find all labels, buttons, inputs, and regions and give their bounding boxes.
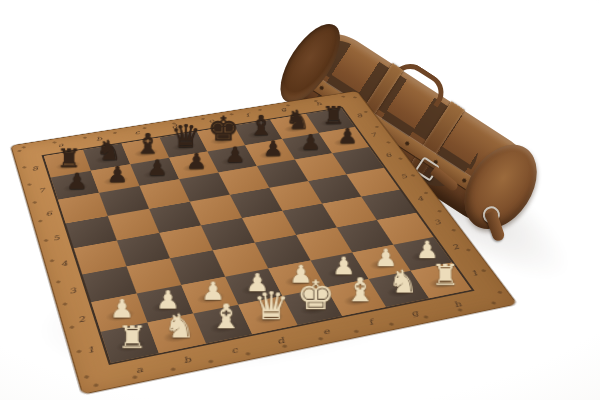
- black-knight[interactable]: ♞: [89, 137, 129, 164]
- white-king[interactable]: ♚: [292, 276, 339, 316]
- white-knight[interactable]: ♞: [155, 310, 203, 343]
- file-label-h: h: [434, 297, 481, 313]
- file-label-e: e: [302, 324, 351, 340]
- file-label-g: g: [391, 306, 439, 322]
- square-h4[interactable]: [361, 190, 416, 220]
- black-rook[interactable]: ♜: [49, 145, 89, 171]
- black-pawn[interactable]: ♟: [291, 132, 330, 153]
- square-a5[interactable]: [66, 216, 117, 248]
- black-pawn[interactable]: ♟: [176, 151, 216, 173]
- square-h6[interactable]: [332, 147, 384, 174]
- black-pawn[interactable]: ♟: [137, 157, 178, 179]
- white-rook[interactable]: ♜: [423, 260, 469, 289]
- black-pawn[interactable]: ♟: [97, 164, 138, 186]
- chess-set-photo: abcdefgh abcdefgh 87654321 87654321 ♜♞♝♛…: [0, 0, 600, 400]
- file-label-f: f: [347, 315, 395, 331]
- square-a7[interactable]: ♟: [51, 171, 99, 200]
- rank-label-5: 5: [46, 225, 67, 252]
- black-bishop[interactable]: ♝: [128, 130, 168, 158]
- black-pawn[interactable]: ♟: [215, 145, 255, 166]
- rank-label-1: 1: [78, 333, 103, 367]
- white-queen[interactable]: ♛: [248, 287, 295, 325]
- file-label-a: a: [114, 362, 165, 380]
- square-g5[interactable]: [308, 174, 361, 203]
- black-pawn[interactable]: ♟: [56, 171, 97, 193]
- black-pawn[interactable]: ♟: [253, 138, 293, 159]
- white-bishop[interactable]: ♝: [202, 300, 250, 334]
- square-c5[interactable]: [149, 202, 201, 233]
- white-bishop[interactable]: ♝: [337, 274, 384, 307]
- rank-label-6: 6: [38, 201, 59, 227]
- rank-label-8: 8: [25, 157, 44, 180]
- square-f5[interactable]: [269, 181, 322, 211]
- rank-label-2: 2: [70, 304, 94, 336]
- white-knight[interactable]: ♞: [380, 267, 426, 299]
- file-label-c: c: [209, 342, 259, 359]
- white-rook[interactable]: ♜: [108, 322, 157, 353]
- rank-label-4: 4: [53, 249, 75, 278]
- black-pawn[interactable]: ♟: [328, 126, 367, 147]
- black-queen[interactable]: ♛: [166, 120, 205, 152]
- rank-label-7: 7: [32, 178, 52, 203]
- black-bishop[interactable]: ♝: [241, 112, 280, 139]
- file-label-b: b: [162, 352, 213, 369]
- square-c4[interactable]: [159, 225, 212, 258]
- black-king[interactable]: ♚: [204, 113, 243, 146]
- square-a1[interactable]: ♜: [101, 322, 159, 362]
- rank-label-3: 3: [61, 276, 84, 307]
- file-label-d: d: [256, 333, 305, 350]
